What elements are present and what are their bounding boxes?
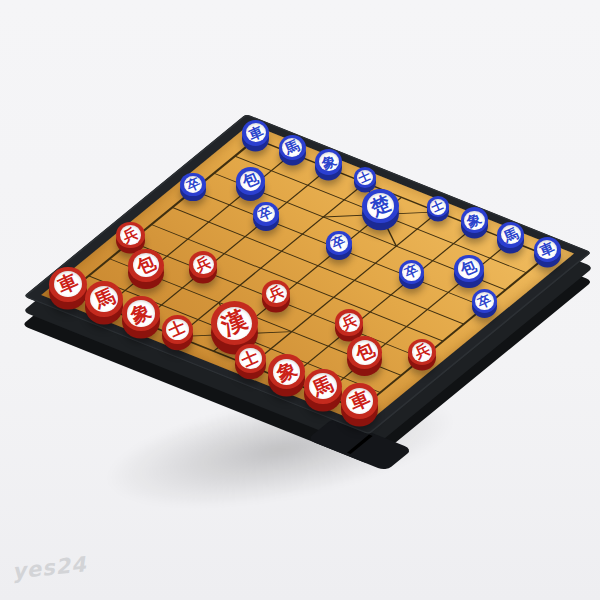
piece-han-elephant: 象 (122, 296, 160, 331)
piece-cho-horse: 馬 (497, 222, 524, 248)
piece-face: 兵 (120, 225, 141, 245)
piece-face: 士 (166, 319, 189, 341)
piece-han-horse: 馬 (304, 369, 342, 404)
piece-han-horse: 馬 (85, 281, 123, 316)
piece-face: 兵 (339, 313, 360, 333)
piece-cho-elephant: 象 (461, 207, 488, 233)
piece-glyph: 象 (319, 153, 338, 172)
piece-glyph: 車 (246, 123, 265, 142)
piece-glyph: 車 (538, 240, 557, 259)
piece-face: 包 (240, 171, 262, 192)
piece-face: 車 (246, 123, 266, 142)
piece-face: 兵 (412, 342, 433, 362)
piece-glyph: 卒 (330, 234, 347, 251)
piece-face: 士 (357, 170, 374, 186)
piece-face: 兵 (193, 255, 214, 275)
piece-glyph: 士 (167, 319, 188, 340)
piece-glyph: 包 (353, 341, 377, 365)
piece-han-soldier: 兵 (335, 309, 363, 335)
piece-face: 象 (319, 152, 339, 171)
piece-face: 馬 (501, 225, 521, 244)
piece-glyph: 包 (134, 253, 158, 277)
piece-glyph: 馬 (283, 138, 302, 157)
piece-glyph: 漢 (218, 307, 250, 339)
piece-face: 馬 (282, 138, 302, 157)
piece-glyph: 兵 (412, 342, 431, 361)
piece-glyph: 卒 (476, 292, 493, 309)
piece-glyph: 兵 (194, 255, 213, 274)
piece-han-chariot: 車 (341, 383, 379, 418)
piece-cho-soldier: 卒 (326, 231, 351, 255)
piece-glyph: 士 (430, 199, 445, 214)
piece-glyph: 卒 (184, 176, 201, 193)
piece-face: 包 (352, 340, 378, 365)
piece-face: 車 (346, 388, 374, 414)
piece-cho-chariot: 車 (242, 120, 269, 146)
piece-glyph: 卒 (403, 263, 420, 280)
piece-glyph: 兵 (121, 225, 140, 244)
piece-cho-soldier: 卒 (399, 260, 424, 284)
product-photo: 車馬象士士象馬車楚包包卒卒卒卒卒兵兵兵兵兵包包漢車馬象士士象馬車 yes24 (0, 0, 600, 600)
piece-han-soldier: 兵 (189, 251, 217, 277)
piece-cho-soldier: 卒 (253, 202, 278, 226)
piece-face: 車 (537, 240, 557, 259)
piece-han-soldier: 兵 (116, 222, 144, 248)
piece-face: 士 (239, 348, 262, 370)
piece-glyph: 象 (274, 359, 300, 385)
piece-glyph: 楚 (368, 193, 393, 218)
piece-cho-soldier: 卒 (472, 289, 497, 313)
piece-face: 卒 (257, 205, 276, 223)
piece-cho-soldier: 卒 (180, 173, 205, 197)
piece-face: 卒 (402, 263, 421, 281)
piece-cho-elephant: 象 (315, 149, 342, 175)
piece-cho-chariot: 車 (534, 237, 561, 263)
piece-face: 兵 (266, 284, 287, 304)
piece-face: 車 (54, 271, 82, 297)
piece-glyph: 象 (465, 211, 484, 230)
piece-face: 象 (273, 359, 301, 385)
piece-face: 包 (133, 253, 159, 278)
piece-face: 士 (430, 199, 447, 215)
piece-glyph: 車 (55, 271, 81, 297)
piece-han-cannon: 包 (347, 336, 382, 369)
piece-glyph: 象 (128, 301, 154, 327)
piece-face: 楚 (367, 193, 394, 219)
piece-glyph: 兵 (267, 284, 286, 303)
piece-face: 包 (458, 258, 480, 279)
piece-glyph: 包 (459, 258, 479, 278)
piece-face: 卒 (475, 292, 494, 310)
piece-glyph: 車 (347, 388, 373, 414)
piece-glyph: 馬 (91, 286, 117, 312)
piece-face: 象 (127, 300, 155, 326)
piece-han-elephant: 象 (268, 354, 306, 389)
piece-glyph: 馬 (310, 373, 336, 399)
piece-han-guard: 士 (162, 315, 193, 344)
piece-cho-cannon: 包 (236, 167, 266, 195)
piece-cho-guard: 士 (354, 167, 376, 188)
piece-cho-guard: 士 (427, 196, 449, 217)
piece-face: 馬 (309, 373, 337, 399)
piece-glyph: 士 (239, 348, 260, 369)
pieces-layer: 車馬象士士象馬車楚包包卒卒卒卒卒兵兵兵兵兵包包漢車馬象士士象馬車 (0, 0, 600, 600)
piece-face: 馬 (90, 286, 118, 312)
piece-cho-cannon: 包 (454, 255, 484, 283)
piece-face: 象 (464, 211, 484, 230)
piece-han-general: 漢 (211, 301, 258, 345)
piece-han-chariot: 車 (49, 267, 87, 302)
piece-face: 卒 (184, 176, 203, 194)
piece-face: 卒 (330, 234, 349, 252)
piece-cho-general: 楚 (362, 189, 399, 223)
piece-glyph: 馬 (502, 225, 521, 244)
piece-cho-horse: 馬 (279, 135, 306, 161)
piece-glyph: 士 (357, 170, 372, 185)
piece-glyph: 卒 (257, 205, 274, 222)
piece-han-guard: 士 (235, 344, 266, 373)
piece-han-soldier: 兵 (408, 339, 436, 365)
piece-face: 漢 (217, 307, 252, 340)
piece-glyph: 兵 (340, 313, 359, 332)
piece-glyph: 包 (240, 171, 260, 191)
piece-han-cannon: 包 (128, 249, 163, 282)
piece-han-soldier: 兵 (262, 280, 290, 306)
